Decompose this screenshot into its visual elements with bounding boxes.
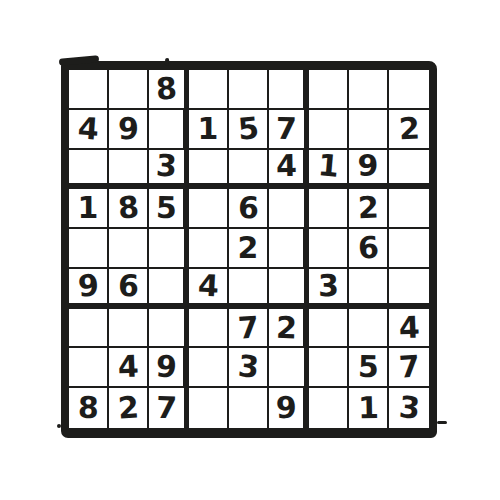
- cell-r2c7[interactable]: [309, 110, 349, 150]
- cell-r9c5[interactable]: [229, 388, 269, 428]
- given-digit: 9: [155, 352, 178, 383]
- cell-r3c8[interactable]: 9: [349, 150, 389, 190]
- cell-r9c7[interactable]: [309, 388, 349, 428]
- cell-r5c6[interactable]: [269, 229, 309, 269]
- given-digit: 6: [237, 193, 259, 224]
- cell-r4c6[interactable]: [269, 189, 309, 229]
- cell-r6c1[interactable]: 9: [69, 269, 109, 309]
- cell-r1c4[interactable]: [189, 70, 229, 110]
- cell-r6c6[interactable]: [269, 269, 309, 309]
- cell-r4c9[interactable]: [389, 189, 429, 229]
- cell-r6c7[interactable]: 3: [309, 269, 349, 309]
- given-digit: 1: [198, 114, 219, 144]
- cell-r2c5[interactable]: 5: [229, 110, 269, 150]
- given-digit: 4: [117, 352, 139, 383]
- cell-r8c4[interactable]: [189, 348, 229, 388]
- ink-overshoot-top-left: [59, 55, 99, 65]
- given-digit: 7: [398, 352, 421, 383]
- cell-r1c2[interactable]: [109, 70, 149, 110]
- cell-r9c3[interactable]: 7: [149, 388, 189, 428]
- given-digit: 5: [155, 193, 176, 223]
- cell-r7c6[interactable]: 2: [269, 309, 309, 349]
- cell-r3c9[interactable]: [389, 150, 429, 190]
- cell-r8c2[interactable]: 4: [109, 348, 149, 388]
- given-digit: 7: [237, 312, 260, 343]
- cell-r6c4[interactable]: 4: [189, 269, 229, 309]
- cell-r6c5[interactable]: [229, 269, 269, 309]
- cell-r1c8[interactable]: [349, 70, 389, 110]
- cell-r5c3[interactable]: [149, 229, 189, 269]
- cell-r4c8[interactable]: 2: [349, 189, 389, 229]
- ink-dash-bottom-right: [437, 421, 447, 424]
- cell-r4c5[interactable]: 6: [229, 189, 269, 229]
- cell-r3c6[interactable]: 4: [269, 150, 309, 190]
- cell-r3c5[interactable]: [229, 150, 269, 190]
- cell-r3c2[interactable]: [109, 150, 149, 190]
- cell-r4c7[interactable]: [309, 189, 349, 229]
- given-digit: 2: [275, 312, 297, 343]
- cell-r2c2[interactable]: 9: [109, 110, 149, 150]
- cell-r8c3[interactable]: 9: [149, 348, 189, 388]
- cell-r9c1[interactable]: 8: [69, 388, 109, 428]
- cell-r8c1[interactable]: [69, 348, 109, 388]
- given-digit: 2: [117, 392, 140, 423]
- cell-r9c2[interactable]: 2: [109, 388, 149, 428]
- ink-tick-top: [165, 58, 170, 66]
- cell-r3c1[interactable]: [69, 150, 109, 190]
- cell-r6c3[interactable]: [149, 269, 189, 309]
- cell-r7c8[interactable]: [349, 309, 389, 349]
- cell-r3c3[interactable]: 3: [149, 150, 189, 190]
- given-digit: 2: [238, 233, 259, 263]
- cell-r1c5[interactable]: [229, 70, 269, 110]
- given-digit: 8: [77, 393, 98, 423]
- given-digit: 5: [357, 352, 378, 382]
- cell-r1c1[interactable]: [69, 70, 109, 110]
- given-digit: 1: [78, 193, 99, 223]
- cell-r2c4[interactable]: 1: [189, 110, 229, 150]
- cell-r8c9[interactable]: 7: [389, 348, 429, 388]
- cell-r9c6[interactable]: 9: [269, 388, 309, 428]
- given-digit: 8: [155, 73, 178, 104]
- cell-r6c8[interactable]: [349, 269, 389, 309]
- cell-r5c7[interactable]: [309, 229, 349, 269]
- cell-r2c3[interactable]: [149, 110, 189, 150]
- cell-r1c7[interactable]: [309, 70, 349, 110]
- given-digit: 3: [397, 392, 420, 424]
- cell-r4c2[interactable]: 8: [109, 189, 149, 229]
- cell-r5c9[interactable]: [389, 229, 429, 269]
- cell-r7c9[interactable]: 4: [389, 309, 429, 349]
- cell-r2c6[interactable]: 7: [269, 110, 309, 150]
- given-digit: 8: [116, 192, 139, 224]
- cell-r7c1[interactable]: [69, 309, 109, 349]
- cell-r2c8[interactable]: [349, 110, 389, 150]
- given-digit: 6: [357, 232, 380, 263]
- cell-r8c8[interactable]: 5: [349, 348, 389, 388]
- cell-r5c5[interactable]: 2: [229, 229, 269, 269]
- cell-r4c1[interactable]: 1: [69, 189, 109, 229]
- cell-r5c1[interactable]: [69, 229, 109, 269]
- given-digit: 7: [276, 113, 297, 143]
- cell-r9c4[interactable]: [189, 388, 229, 428]
- cell-r5c8[interactable]: 6: [349, 229, 389, 269]
- given-digit: 3: [317, 271, 338, 301]
- sudoku-grid: 849157234191856226964372449357827913: [69, 70, 429, 428]
- cell-r1c6[interactable]: [269, 70, 309, 110]
- cell-r1c9[interactable]: [389, 70, 429, 110]
- cell-r7c2[interactable]: [109, 309, 149, 349]
- cell-r9c8[interactable]: 1: [349, 388, 389, 428]
- ink-speck-bottom-left: [57, 424, 61, 428]
- given-digit: 3: [155, 151, 177, 182]
- given-digit: 1: [357, 393, 378, 423]
- given-digit: 7: [156, 393, 178, 424]
- page-background: 849157234191856226964372449357827913: [0, 0, 500, 500]
- given-digit: 6: [117, 270, 139, 301]
- cell-r3c7[interactable]: 1: [309, 150, 349, 190]
- given-digit: 2: [357, 193, 379, 224]
- cell-r2c9[interactable]: 2: [389, 110, 429, 150]
- cell-r5c4[interactable]: [189, 229, 229, 269]
- given-digit: 9: [77, 270, 100, 301]
- cell-r4c3[interactable]: 5: [149, 189, 189, 229]
- cell-r7c7[interactable]: [309, 309, 349, 349]
- given-digit: 9: [358, 151, 379, 181]
- cell-r8c6[interactable]: [269, 348, 309, 388]
- given-digit: 5: [236, 113, 259, 145]
- cell-r7c5[interactable]: 7: [229, 309, 269, 349]
- given-digit: 9: [117, 113, 138, 143]
- cell-r7c4[interactable]: [189, 309, 229, 349]
- cell-r7c3[interactable]: [149, 309, 189, 349]
- given-digit: 4: [77, 113, 100, 144]
- cell-r2c1[interactable]: 4: [69, 110, 109, 150]
- cell-r1c3[interactable]: 8: [149, 70, 189, 110]
- cell-r5c2[interactable]: [109, 229, 149, 269]
- given-digit: 1: [316, 151, 339, 183]
- cell-r6c2[interactable]: 6: [109, 269, 149, 309]
- given-digit: 3: [236, 351, 259, 383]
- given-digit: 4: [197, 270, 219, 301]
- cell-r8c7[interactable]: [309, 348, 349, 388]
- cell-r3c4[interactable]: [189, 150, 229, 190]
- given-digit: 4: [275, 151, 296, 181]
- cell-r8c5[interactable]: 3: [229, 348, 269, 388]
- cell-r6c9[interactable]: [389, 269, 429, 309]
- given-digit: 2: [398, 113, 420, 144]
- sudoku-board: 849157234191856226964372449357827913: [61, 61, 437, 438]
- given-digit: 9: [275, 393, 297, 424]
- cell-r9c9[interactable]: 3: [389, 388, 429, 428]
- cell-r4c4[interactable]: [189, 189, 229, 229]
- given-digit: 4: [398, 312, 420, 343]
